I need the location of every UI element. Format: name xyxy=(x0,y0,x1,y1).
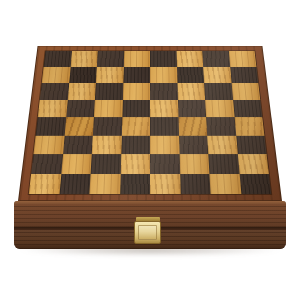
board-square xyxy=(239,174,271,194)
board-square xyxy=(150,51,177,67)
board-square xyxy=(178,100,207,117)
board-square xyxy=(180,174,211,194)
board-square xyxy=(236,135,267,154)
board-square xyxy=(63,135,93,154)
board-square xyxy=(177,83,205,100)
board-square xyxy=(179,154,209,174)
board-square xyxy=(150,67,177,83)
board-square xyxy=(150,174,180,194)
board-square xyxy=(206,117,236,135)
board-square xyxy=(207,135,237,154)
board-square xyxy=(205,100,234,117)
board-square xyxy=(121,117,150,135)
board-square xyxy=(228,51,256,67)
board-square xyxy=(230,67,258,83)
board-square xyxy=(150,100,178,117)
board-square xyxy=(40,83,69,100)
board-square xyxy=(122,100,150,117)
board-square xyxy=(44,51,72,67)
board-square xyxy=(120,154,150,174)
board-square xyxy=(121,135,150,154)
board-square xyxy=(92,135,122,154)
board-square xyxy=(38,100,68,117)
board-square xyxy=(61,154,92,174)
board-square xyxy=(203,67,231,83)
board-square xyxy=(70,51,98,67)
board-square xyxy=(97,51,124,67)
chessboard-lid xyxy=(18,46,282,201)
board-square xyxy=(176,51,203,67)
board-square xyxy=(89,174,120,194)
board-square xyxy=(59,174,90,194)
clasp-body xyxy=(134,221,161,244)
board-square xyxy=(209,174,240,194)
board-square xyxy=(208,154,239,174)
board-square xyxy=(31,154,62,174)
board-square xyxy=(36,117,66,135)
board-square xyxy=(150,117,179,135)
board-square xyxy=(177,67,205,83)
board-square xyxy=(93,117,122,135)
board-square xyxy=(94,100,123,117)
board-square xyxy=(231,83,260,100)
board-square xyxy=(67,83,96,100)
board-square xyxy=(64,117,94,135)
board-square xyxy=(91,154,121,174)
board-square xyxy=(237,154,268,174)
board-square xyxy=(123,67,150,83)
board-square xyxy=(95,83,123,100)
board-square xyxy=(233,100,263,117)
board-square xyxy=(33,135,64,154)
board-square xyxy=(69,67,97,83)
product-photo xyxy=(0,0,300,300)
board-square xyxy=(150,83,178,100)
board-square xyxy=(96,67,124,83)
board-square xyxy=(179,135,209,154)
board-square xyxy=(66,100,95,117)
board-square xyxy=(42,67,70,83)
board-square xyxy=(204,83,233,100)
board-square xyxy=(202,51,230,67)
board-square xyxy=(234,117,264,135)
board-square xyxy=(150,135,179,154)
board-square xyxy=(29,174,61,194)
chess-board xyxy=(28,50,273,194)
board-square xyxy=(178,117,207,135)
board-square xyxy=(123,51,150,67)
board-square xyxy=(150,154,180,174)
board-square xyxy=(122,83,150,100)
board-frame xyxy=(18,46,282,201)
board-square xyxy=(120,174,150,194)
